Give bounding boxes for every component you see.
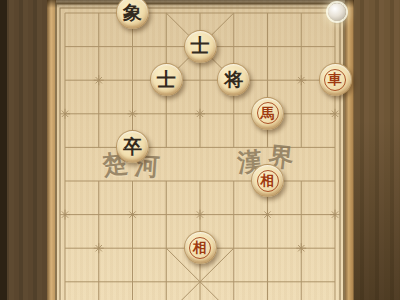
red-horse-piece[interactable]: 馬: [251, 97, 284, 130]
piece-character: 士: [157, 70, 176, 89]
piece-character: 卒: [123, 137, 142, 156]
piece-character: 士: [191, 36, 210, 55]
piece-character: 相: [193, 240, 207, 254]
red-elephant-piece[interactable]: 相: [184, 231, 217, 264]
black-advisor-piece[interactable]: 士: [150, 63, 183, 96]
piece-character: 象: [123, 3, 142, 22]
black-soldier-piece[interactable]: 卒: [116, 130, 149, 163]
corner-pearl-button[interactable]: [328, 3, 346, 21]
piece-character: 車: [328, 72, 342, 86]
black-elephant-piece[interactable]: 象: [116, 0, 149, 29]
piece-layer: 象士士将車馬卒相相: [0, 0, 400, 300]
red-chariot-piece[interactable]: 車: [319, 63, 352, 96]
black-advisor-piece[interactable]: 士: [184, 30, 217, 63]
piece-character: 馬: [261, 106, 275, 120]
red-elephant-piece[interactable]: 相: [251, 164, 284, 197]
xiangqi-app-screen: 楚 河 漢 界 象士士将車馬卒相相: [0, 0, 400, 300]
black-general-piece[interactable]: 将: [217, 63, 250, 96]
piece-character: 相: [261, 173, 275, 187]
piece-character: 将: [224, 70, 243, 89]
